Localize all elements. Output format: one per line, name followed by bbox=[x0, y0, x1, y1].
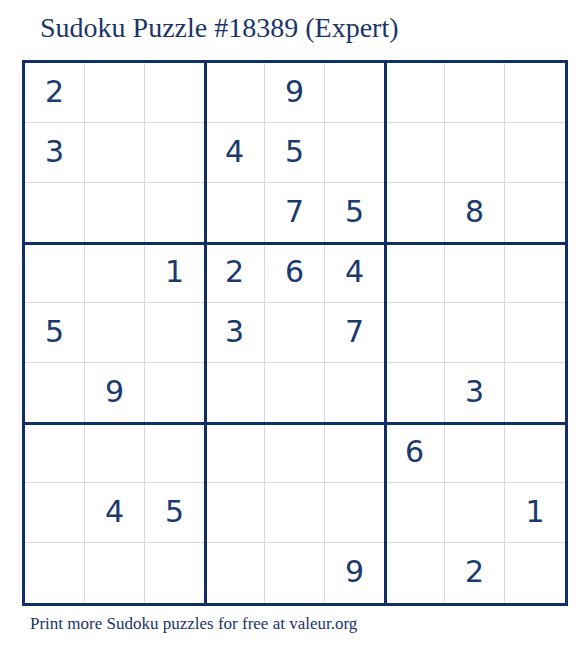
cell-r8c8[interactable] bbox=[445, 483, 505, 543]
cell-r5c9[interactable] bbox=[505, 303, 565, 363]
cell-r5c6[interactable]: 7 bbox=[325, 303, 385, 363]
cell-r5c2[interactable] bbox=[85, 303, 145, 363]
cell-r2c4[interactable]: 4 bbox=[205, 123, 265, 183]
cell-r4c8[interactable] bbox=[445, 243, 505, 303]
cell-r3c7[interactable] bbox=[385, 183, 445, 243]
sudoku-page: Sudoku Puzzle #18389 (Expert) 2934575812… bbox=[0, 0, 580, 651]
cell-r1c7[interactable] bbox=[385, 63, 445, 123]
cell-r5c5[interactable] bbox=[265, 303, 325, 363]
cell-r7c7[interactable]: 6 bbox=[385, 423, 445, 483]
cell-r8c3[interactable]: 5 bbox=[145, 483, 205, 543]
cell-r6c7[interactable] bbox=[385, 363, 445, 423]
cell-r9c2[interactable] bbox=[85, 543, 145, 603]
cell-r9c3[interactable] bbox=[145, 543, 205, 603]
cell-r8c2[interactable]: 4 bbox=[85, 483, 145, 543]
cell-r2c1[interactable]: 3 bbox=[25, 123, 85, 183]
cell-r6c1[interactable] bbox=[25, 363, 85, 423]
cell-r4c6[interactable]: 4 bbox=[325, 243, 385, 303]
cell-r9c8[interactable]: 2 bbox=[445, 543, 505, 603]
cell-r2c5[interactable]: 5 bbox=[265, 123, 325, 183]
page-title: Sudoku Puzzle #18389 (Expert) bbox=[40, 12, 399, 44]
cell-r8c6[interactable] bbox=[325, 483, 385, 543]
cell-r1c1[interactable]: 2 bbox=[25, 63, 85, 123]
cell-r2c3[interactable] bbox=[145, 123, 205, 183]
cell-r4c3[interactable]: 1 bbox=[145, 243, 205, 303]
cell-r6c5[interactable] bbox=[265, 363, 325, 423]
cell-r4c1[interactable] bbox=[25, 243, 85, 303]
cell-r3c4[interactable] bbox=[205, 183, 265, 243]
cell-r7c4[interactable] bbox=[205, 423, 265, 483]
cell-r8c5[interactable] bbox=[265, 483, 325, 543]
cell-r1c2[interactable] bbox=[85, 63, 145, 123]
cell-r3c9[interactable] bbox=[505, 183, 565, 243]
cell-r9c4[interactable] bbox=[205, 543, 265, 603]
footer-credit: Print more Sudoku puzzles for free at va… bbox=[30, 614, 357, 634]
cell-r1c5[interactable]: 9 bbox=[265, 63, 325, 123]
cell-r1c3[interactable] bbox=[145, 63, 205, 123]
cell-r8c7[interactable] bbox=[385, 483, 445, 543]
cell-r9c1[interactable] bbox=[25, 543, 85, 603]
cell-r7c6[interactable] bbox=[325, 423, 385, 483]
cell-r3c8[interactable]: 8 bbox=[445, 183, 505, 243]
cell-r2c7[interactable] bbox=[385, 123, 445, 183]
cell-r4c2[interactable] bbox=[85, 243, 145, 303]
cell-r4c5[interactable]: 6 bbox=[265, 243, 325, 303]
cell-r5c8[interactable] bbox=[445, 303, 505, 363]
cell-r3c6[interactable]: 5 bbox=[325, 183, 385, 243]
cell-r5c1[interactable]: 5 bbox=[25, 303, 85, 363]
cell-r8c1[interactable] bbox=[25, 483, 85, 543]
cell-r6c8[interactable]: 3 bbox=[445, 363, 505, 423]
cell-r4c4[interactable]: 2 bbox=[205, 243, 265, 303]
cell-r6c3[interactable] bbox=[145, 363, 205, 423]
cell-r3c5[interactable]: 7 bbox=[265, 183, 325, 243]
cell-r1c4[interactable] bbox=[205, 63, 265, 123]
cell-r1c9[interactable] bbox=[505, 63, 565, 123]
cell-r3c2[interactable] bbox=[85, 183, 145, 243]
cell-r8c4[interactable] bbox=[205, 483, 265, 543]
cell-r4c7[interactable] bbox=[385, 243, 445, 303]
cell-r7c9[interactable] bbox=[505, 423, 565, 483]
cell-r6c6[interactable] bbox=[325, 363, 385, 423]
cell-r6c4[interactable] bbox=[205, 363, 265, 423]
cell-r3c3[interactable] bbox=[145, 183, 205, 243]
cell-r7c1[interactable] bbox=[25, 423, 85, 483]
cell-r5c4[interactable]: 3 bbox=[205, 303, 265, 363]
cell-r7c8[interactable] bbox=[445, 423, 505, 483]
cell-r9c5[interactable] bbox=[265, 543, 325, 603]
cell-r9c7[interactable] bbox=[385, 543, 445, 603]
cell-r6c9[interactable] bbox=[505, 363, 565, 423]
cell-r1c8[interactable] bbox=[445, 63, 505, 123]
cell-r6c2[interactable]: 9 bbox=[85, 363, 145, 423]
cell-r7c5[interactable] bbox=[265, 423, 325, 483]
sudoku-board: 29345758126453793645192 bbox=[22, 60, 568, 606]
cell-r5c3[interactable] bbox=[145, 303, 205, 363]
cell-r7c2[interactable] bbox=[85, 423, 145, 483]
cell-r3c1[interactable] bbox=[25, 183, 85, 243]
cell-r2c8[interactable] bbox=[445, 123, 505, 183]
cell-r1c6[interactable] bbox=[325, 63, 385, 123]
cell-r4c9[interactable] bbox=[505, 243, 565, 303]
cell-r9c6[interactable]: 9 bbox=[325, 543, 385, 603]
cell-r2c2[interactable] bbox=[85, 123, 145, 183]
cell-r2c9[interactable] bbox=[505, 123, 565, 183]
cell-r2c6[interactable] bbox=[325, 123, 385, 183]
cell-r7c3[interactable] bbox=[145, 423, 205, 483]
cell-r5c7[interactable] bbox=[385, 303, 445, 363]
cell-r8c9[interactable]: 1 bbox=[505, 483, 565, 543]
